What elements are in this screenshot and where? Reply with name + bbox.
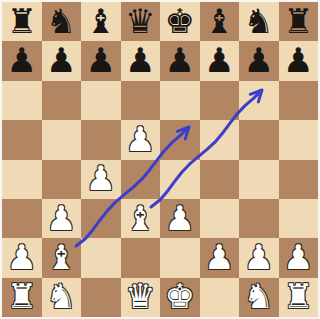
square-d4[interactable] xyxy=(121,160,161,199)
square-b8[interactable]: ♞ xyxy=(42,2,82,41)
square-e5[interactable] xyxy=(160,120,200,159)
square-a8[interactable]: ♜ xyxy=(2,2,42,41)
square-e7[interactable]: ♟ xyxy=(160,41,200,80)
white-pawn[interactable]: ♟ xyxy=(165,201,195,235)
square-h4[interactable] xyxy=(279,160,319,199)
square-g2[interactable]: ♟ xyxy=(239,238,279,277)
square-c7[interactable]: ♟ xyxy=(81,41,121,80)
square-f2[interactable]: ♟ xyxy=(200,238,240,277)
square-f5[interactable] xyxy=(200,120,240,159)
square-h7[interactable]: ♟ xyxy=(279,41,319,80)
square-c2[interactable] xyxy=(81,238,121,277)
black-pawn[interactable]: ♟ xyxy=(204,43,234,77)
square-a6[interactable] xyxy=(2,81,42,120)
square-c4[interactable]: ♟ xyxy=(81,160,121,199)
white-pawn[interactable]: ♟ xyxy=(204,240,234,274)
white-king[interactable]: ♚ xyxy=(165,279,195,313)
black-pawn[interactable]: ♟ xyxy=(125,43,155,77)
black-pawn[interactable]: ♟ xyxy=(283,43,313,77)
square-d3[interactable]: ♝ xyxy=(121,199,161,238)
black-knight[interactable]: ♞ xyxy=(46,4,76,38)
square-h5[interactable] xyxy=(279,120,319,159)
square-b2[interactable]: ♝ xyxy=(42,238,82,277)
square-f4[interactable] xyxy=(200,160,240,199)
square-e6[interactable] xyxy=(160,81,200,120)
square-d7[interactable]: ♟ xyxy=(121,41,161,80)
square-e4[interactable] xyxy=(160,160,200,199)
square-g6[interactable] xyxy=(239,81,279,120)
square-c1[interactable] xyxy=(81,278,121,317)
white-pawn[interactable]: ♟ xyxy=(244,240,274,274)
chess-board: ♜♞♝♛♚♝♞♜♟♟♟♟♟♟♟♟♟♟♟♝♟♟♝♟♟♟♜♞♛♚♞♜ xyxy=(2,2,318,317)
square-b1[interactable]: ♞ xyxy=(42,278,82,317)
square-e1[interactable]: ♚ xyxy=(160,278,200,317)
square-e2[interactable] xyxy=(160,238,200,277)
square-h6[interactable] xyxy=(279,81,319,120)
square-b7[interactable]: ♟ xyxy=(42,41,82,80)
square-g3[interactable] xyxy=(239,199,279,238)
black-rook[interactable]: ♜ xyxy=(283,4,313,38)
square-a7[interactable]: ♟ xyxy=(2,41,42,80)
black-king[interactable]: ♚ xyxy=(165,4,195,38)
square-a5[interactable] xyxy=(2,120,42,159)
white-pawn[interactable]: ♟ xyxy=(46,201,76,235)
square-h2[interactable]: ♟ xyxy=(279,238,319,277)
white-bishop[interactable]: ♝ xyxy=(46,240,76,274)
black-pawn[interactable]: ♟ xyxy=(46,43,76,77)
square-a2[interactable]: ♟ xyxy=(2,238,42,277)
square-g5[interactable] xyxy=(239,120,279,159)
white-rook[interactable]: ♜ xyxy=(283,279,313,313)
black-pawn[interactable]: ♟ xyxy=(165,43,195,77)
square-g1[interactable]: ♞ xyxy=(239,278,279,317)
square-f8[interactable]: ♝ xyxy=(200,2,240,41)
square-e8[interactable]: ♚ xyxy=(160,2,200,41)
black-queen[interactable]: ♛ xyxy=(125,4,155,38)
square-b3[interactable]: ♟ xyxy=(42,199,82,238)
chess-board-frame: ♜♞♝♛♚♝♞♜♟♟♟♟♟♟♟♟♟♟♟♝♟♟♝♟♟♟♜♞♛♚♞♜ xyxy=(0,0,320,319)
white-pawn[interactable]: ♟ xyxy=(7,240,37,274)
square-f1[interactable] xyxy=(200,278,240,317)
white-pawn[interactable]: ♟ xyxy=(283,240,313,274)
square-c6[interactable] xyxy=(81,81,121,120)
black-pawn[interactable]: ♟ xyxy=(244,43,274,77)
square-e3[interactable]: ♟ xyxy=(160,199,200,238)
white-bishop[interactable]: ♝ xyxy=(125,201,155,235)
square-a4[interactable] xyxy=(2,160,42,199)
black-bishop[interactable]: ♝ xyxy=(86,4,116,38)
square-g7[interactable]: ♟ xyxy=(239,41,279,80)
black-pawn[interactable]: ♟ xyxy=(7,43,37,77)
square-d8[interactable]: ♛ xyxy=(121,2,161,41)
white-rook[interactable]: ♜ xyxy=(7,279,37,313)
square-h3[interactable] xyxy=(279,199,319,238)
square-c8[interactable]: ♝ xyxy=(81,2,121,41)
white-queen[interactable]: ♛ xyxy=(125,279,155,313)
black-rook[interactable]: ♜ xyxy=(7,4,37,38)
square-h1[interactable]: ♜ xyxy=(279,278,319,317)
white-knight[interactable]: ♞ xyxy=(46,279,76,313)
white-pawn[interactable]: ♟ xyxy=(125,122,155,156)
black-pawn[interactable]: ♟ xyxy=(86,43,116,77)
black-bishop[interactable]: ♝ xyxy=(204,4,234,38)
square-a3[interactable] xyxy=(2,199,42,238)
square-d1[interactable]: ♛ xyxy=(121,278,161,317)
square-b4[interactable] xyxy=(42,160,82,199)
square-d2[interactable] xyxy=(121,238,161,277)
square-g8[interactable]: ♞ xyxy=(239,2,279,41)
white-knight[interactable]: ♞ xyxy=(244,279,274,313)
square-c5[interactable] xyxy=(81,120,121,159)
square-d6[interactable] xyxy=(121,81,161,120)
square-g4[interactable] xyxy=(239,160,279,199)
white-pawn[interactable]: ♟ xyxy=(86,161,116,195)
square-b6[interactable] xyxy=(42,81,82,120)
square-f3[interactable] xyxy=(200,199,240,238)
square-a1[interactable]: ♜ xyxy=(2,278,42,317)
square-f6[interactable] xyxy=(200,81,240,120)
square-d5[interactable]: ♟ xyxy=(121,120,161,159)
square-f7[interactable]: ♟ xyxy=(200,41,240,80)
square-b5[interactable] xyxy=(42,120,82,159)
square-h8[interactable]: ♜ xyxy=(279,2,319,41)
black-knight[interactable]: ♞ xyxy=(244,4,274,38)
square-c3[interactable] xyxy=(81,199,121,238)
